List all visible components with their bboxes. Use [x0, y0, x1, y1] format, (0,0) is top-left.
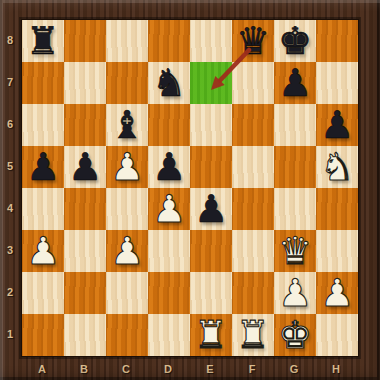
board-frame: 87654321 ABCDEFGH ♜♛♚♞♟♝♟♟♟♟♟♞♟♟♟♟♛♟♟♜♜♚: [0, 0, 380, 380]
square-f4[interactable]: [232, 188, 274, 230]
piece-white-pawn[interactable]: ♟: [110, 230, 144, 272]
piece-white-king[interactable]: ♚: [278, 314, 312, 356]
square-f3[interactable]: [232, 230, 274, 272]
piece-white-rook[interactable]: ♜: [194, 314, 228, 356]
piece-white-pawn[interactable]: ♟: [320, 272, 354, 314]
square-e2[interactable]: [190, 272, 232, 314]
square-b7[interactable]: [64, 62, 106, 104]
square-g2[interactable]: ♟: [274, 272, 316, 314]
square-f8[interactable]: ♛: [232, 20, 274, 62]
piece-white-pawn[interactable]: ♟: [26, 230, 60, 272]
piece-black-pawn[interactable]: ♟: [26, 146, 60, 188]
square-h7[interactable]: [316, 62, 358, 104]
file-label-d: D: [147, 356, 189, 378]
piece-black-queen[interactable]: ♛: [236, 20, 270, 62]
square-d1[interactable]: [148, 314, 190, 356]
square-c8[interactable]: [106, 20, 148, 62]
square-h1[interactable]: [316, 314, 358, 356]
piece-black-pawn[interactable]: ♟: [194, 188, 228, 230]
square-h3[interactable]: [316, 230, 358, 272]
file-label-c: C: [105, 356, 147, 378]
piece-black-knight[interactable]: ♞: [152, 62, 186, 104]
square-g1[interactable]: ♚: [274, 314, 316, 356]
piece-black-bishop[interactable]: ♝: [110, 104, 144, 146]
square-g8[interactable]: ♚: [274, 20, 316, 62]
square-b4[interactable]: [64, 188, 106, 230]
piece-black-king[interactable]: ♚: [278, 20, 312, 62]
square-g4[interactable]: [274, 188, 316, 230]
square-e6[interactable]: [190, 104, 232, 146]
square-h5[interactable]: ♞: [316, 146, 358, 188]
file-label-e: E: [189, 356, 231, 378]
piece-black-pawn[interactable]: ♟: [68, 146, 102, 188]
square-h4[interactable]: [316, 188, 358, 230]
square-b3[interactable]: [64, 230, 106, 272]
piece-white-pawn[interactable]: ♟: [152, 188, 186, 230]
square-g5[interactable]: [274, 146, 316, 188]
piece-white-pawn[interactable]: ♟: [110, 146, 144, 188]
square-e7[interactable]: [190, 62, 232, 104]
square-e4[interactable]: ♟: [190, 188, 232, 230]
square-g6[interactable]: [274, 104, 316, 146]
square-a5[interactable]: ♟: [22, 146, 64, 188]
square-b2[interactable]: [64, 272, 106, 314]
square-c6[interactable]: ♝: [106, 104, 148, 146]
square-b1[interactable]: [64, 314, 106, 356]
square-a7[interactable]: [22, 62, 64, 104]
square-a4[interactable]: [22, 188, 64, 230]
rank-label-8: 8: [0, 19, 20, 61]
square-d6[interactable]: [148, 104, 190, 146]
square-b8[interactable]: [64, 20, 106, 62]
file-labels: ABCDEFGH: [21, 356, 357, 378]
rank-label-7: 7: [0, 61, 20, 103]
piece-white-knight[interactable]: ♞: [320, 146, 354, 188]
square-d4[interactable]: ♟: [148, 188, 190, 230]
square-e3[interactable]: [190, 230, 232, 272]
piece-white-rook[interactable]: ♜: [236, 314, 270, 356]
square-c4[interactable]: [106, 188, 148, 230]
square-g3[interactable]: ♛: [274, 230, 316, 272]
square-b6[interactable]: [64, 104, 106, 146]
square-e5[interactable]: [190, 146, 232, 188]
square-f7[interactable]: [232, 62, 274, 104]
square-f5[interactable]: [232, 146, 274, 188]
square-d2[interactable]: [148, 272, 190, 314]
file-label-b: B: [63, 356, 105, 378]
square-h2[interactable]: ♟: [316, 272, 358, 314]
square-c5[interactable]: ♟: [106, 146, 148, 188]
rank-label-1: 1: [0, 313, 20, 355]
rank-label-6: 6: [0, 103, 20, 145]
square-e1[interactable]: ♜: [190, 314, 232, 356]
square-d3[interactable]: [148, 230, 190, 272]
square-a8[interactable]: ♜: [22, 20, 64, 62]
piece-white-queen[interactable]: ♛: [278, 230, 312, 272]
square-a6[interactable]: [22, 104, 64, 146]
square-f6[interactable]: [232, 104, 274, 146]
piece-black-rook[interactable]: ♜: [26, 20, 60, 62]
file-label-g: G: [273, 356, 315, 378]
piece-black-pawn[interactable]: ♟: [152, 146, 186, 188]
square-e8[interactable]: [190, 20, 232, 62]
file-label-h: H: [315, 356, 357, 378]
file-label-f: F: [231, 356, 273, 378]
square-d5[interactable]: ♟: [148, 146, 190, 188]
square-a2[interactable]: [22, 272, 64, 314]
square-a1[interactable]: [22, 314, 64, 356]
square-f1[interactable]: ♜: [232, 314, 274, 356]
rank-label-4: 4: [0, 187, 20, 229]
square-a3[interactable]: ♟: [22, 230, 64, 272]
square-c1[interactable]: [106, 314, 148, 356]
square-h8[interactable]: [316, 20, 358, 62]
piece-white-pawn[interactable]: ♟: [278, 272, 312, 314]
file-label-a: A: [21, 356, 63, 378]
square-f2[interactable]: [232, 272, 274, 314]
rank-labels: 87654321: [0, 19, 20, 355]
rank-label-5: 5: [0, 145, 20, 187]
rank-label-3: 3: [0, 229, 20, 271]
square-c2[interactable]: [106, 272, 148, 314]
square-d7[interactable]: ♞: [148, 62, 190, 104]
piece-black-pawn[interactable]: ♟: [278, 62, 312, 104]
square-b5[interactable]: ♟: [64, 146, 106, 188]
square-c3[interactable]: ♟: [106, 230, 148, 272]
square-h6[interactable]: ♟: [316, 104, 358, 146]
piece-black-pawn[interactable]: ♟: [320, 104, 354, 146]
square-d8[interactable]: [148, 20, 190, 62]
rank-label-2: 2: [0, 271, 20, 313]
chess-board: ♜♛♚♞♟♝♟♟♟♟♟♞♟♟♟♟♛♟♟♜♜♚: [21, 19, 359, 357]
square-c7[interactable]: [106, 62, 148, 104]
square-g7[interactable]: ♟: [274, 62, 316, 104]
